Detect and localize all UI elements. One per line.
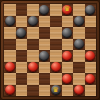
square-r5c6[interactable] (73, 62, 85, 74)
piece-black-man[interactable] (28, 16, 38, 26)
piece-black-man[interactable] (5, 16, 15, 26)
square-r1c7[interactable] (85, 16, 97, 28)
square-r4c2[interactable] (27, 50, 39, 62)
square-r6c4[interactable] (50, 73, 62, 85)
square-r4c6[interactable] (73, 50, 85, 62)
square-r4c0[interactable] (4, 50, 16, 62)
square-r1c4[interactable] (50, 16, 62, 28)
piece-black-man[interactable] (74, 39, 84, 49)
square-r3c2[interactable] (27, 39, 39, 51)
square-r3c3[interactable] (39, 39, 51, 51)
square-r1c5[interactable] (62, 16, 74, 28)
square-r7c2[interactable] (27, 85, 39, 97)
square-r2c1[interactable] (16, 27, 28, 39)
piece-black-man[interactable] (16, 28, 26, 38)
square-r7c6[interactable] (73, 85, 85, 97)
square-r6c7[interactable] (85, 73, 97, 85)
square-r2c4[interactable] (50, 27, 62, 39)
square-r1c3[interactable] (39, 16, 51, 28)
square-r5c1[interactable] (16, 62, 28, 74)
square-r0c2[interactable] (27, 4, 39, 16)
square-r1c2[interactable] (27, 16, 39, 28)
square-r0c3[interactable] (39, 4, 51, 16)
piece-black-man[interactable] (85, 5, 95, 15)
square-r5c5[interactable] (62, 62, 74, 74)
square-r6c2[interactable] (27, 73, 39, 85)
piece-red-man[interactable] (74, 85, 84, 95)
piece-red-king[interactable]: ♛ (62, 5, 72, 15)
square-r4c7[interactable] (85, 50, 97, 62)
square-r6c5[interactable] (62, 73, 74, 85)
square-r7c5[interactable] (62, 85, 74, 97)
square-r3c1[interactable] (16, 39, 28, 51)
square-r5c0[interactable] (4, 62, 16, 74)
square-r6c1[interactable] (16, 73, 28, 85)
square-r5c2[interactable] (27, 62, 39, 74)
square-r2c3[interactable] (39, 27, 51, 39)
square-r2c7[interactable] (85, 27, 97, 39)
square-r5c7[interactable] (85, 62, 97, 74)
square-r5c4[interactable] (50, 62, 62, 74)
square-r3c0[interactable] (4, 39, 16, 51)
piece-red-man[interactable] (5, 62, 15, 72)
square-r6c6[interactable] (73, 73, 85, 85)
piece-red-man[interactable] (85, 51, 95, 61)
square-r3c7[interactable] (85, 39, 97, 51)
square-r4c3[interactable] (39, 50, 51, 62)
square-r1c0[interactable] (4, 16, 16, 28)
square-r1c6[interactable] (73, 16, 85, 28)
piece-black-man[interactable] (39, 5, 49, 15)
piece-black-man[interactable] (74, 16, 84, 26)
piece-red-man[interactable] (62, 51, 72, 61)
crown-icon: ♛ (53, 86, 59, 93)
piece-red-man[interactable] (62, 74, 72, 84)
square-r7c1[interactable] (16, 85, 28, 97)
square-r2c6[interactable] (73, 27, 85, 39)
piece-black-man[interactable] (39, 51, 49, 61)
square-r6c0[interactable] (4, 73, 16, 85)
square-r5c3[interactable] (39, 62, 51, 74)
checkers-board: ♛♛ (0, 0, 100, 100)
square-r2c0[interactable] (4, 27, 16, 39)
square-r0c1[interactable] (16, 4, 28, 16)
square-r7c7[interactable] (85, 85, 97, 97)
piece-red-man[interactable] (5, 85, 15, 95)
piece-black-man[interactable] (62, 28, 72, 38)
board-grid: ♛♛ (4, 4, 96, 96)
square-r3c6[interactable] (73, 39, 85, 51)
square-r0c6[interactable] (73, 4, 85, 16)
square-r2c5[interactable] (62, 27, 74, 39)
square-r7c4[interactable]: ♛ (50, 85, 62, 97)
square-r7c0[interactable] (4, 85, 16, 97)
square-r3c5[interactable] (62, 39, 74, 51)
square-r0c5[interactable]: ♛ (62, 4, 74, 16)
square-r7c3[interactable] (39, 85, 51, 97)
crown-icon: ♛ (64, 6, 70, 13)
square-r4c1[interactable] (16, 50, 28, 62)
square-r2c2[interactable] (27, 27, 39, 39)
square-r0c7[interactable] (85, 4, 97, 16)
square-r6c3[interactable] (39, 73, 51, 85)
piece-red-man[interactable] (85, 74, 95, 84)
square-r4c5[interactable] (62, 50, 74, 62)
square-r3c4[interactable] (50, 39, 62, 51)
square-r4c4[interactable] (50, 50, 62, 62)
square-r1c1[interactable] (16, 16, 28, 28)
piece-black-king[interactable]: ♛ (51, 85, 61, 95)
square-r0c4[interactable] (50, 4, 62, 16)
piece-red-man[interactable] (28, 62, 38, 72)
square-r0c0[interactable] (4, 4, 16, 16)
piece-red-man[interactable] (51, 62, 61, 72)
